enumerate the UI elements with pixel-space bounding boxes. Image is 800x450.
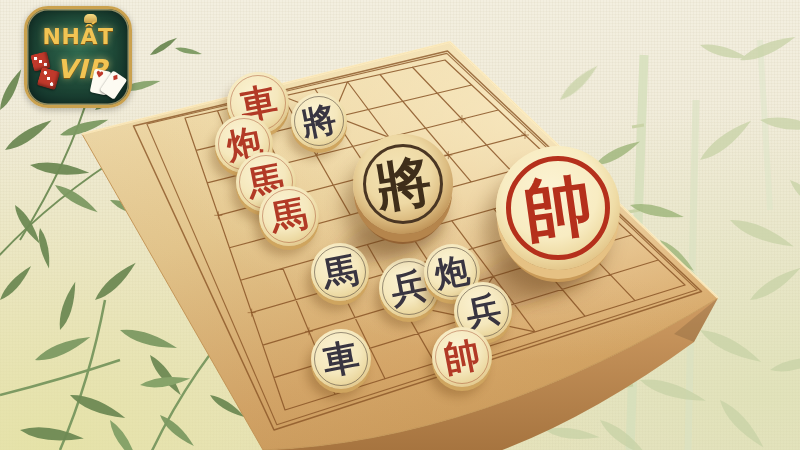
card-suit: ♥: [95, 70, 105, 80]
piece-character: 帥: [441, 336, 483, 378]
piece-red-general[interactable]: 帥: [432, 327, 492, 387]
piece-black-horse[interactable]: 馬: [311, 243, 369, 301]
nhatvip-logo: NHẤT VIP ♥ ♦: [24, 6, 132, 108]
piece-character: 兵: [462, 290, 503, 331]
piece-black-general[interactable]: 將: [291, 93, 347, 149]
piece-large-black-general[interactable]: 將: [353, 134, 453, 234]
dice-icon: [37, 67, 61, 91]
piece-character: 將: [372, 153, 435, 216]
promo-scene: 車將炮馬馬將帥馬兵炮兵車帥 NHẤT VIP ♥ ♦: [0, 0, 800, 450]
piece-large-red-general[interactable]: 帥: [496, 146, 620, 270]
piece-character: 將: [299, 101, 339, 141]
logo-title-line1: NHẤT: [27, 24, 129, 49]
logo-crown-icon: [84, 14, 97, 23]
piece-character: 馬: [319, 251, 360, 292]
card-suit: ♦: [109, 72, 121, 84]
piece-character: 帥: [520, 170, 597, 247]
piece-red-horse[interactable]: 馬: [259, 186, 319, 246]
piece-character: 車: [320, 338, 362, 380]
piece-black-chariot[interactable]: 車: [311, 329, 371, 389]
piece-character: 馬: [268, 195, 310, 237]
